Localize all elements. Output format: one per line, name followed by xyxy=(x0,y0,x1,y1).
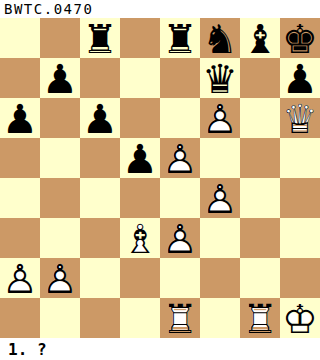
square-g6[interactable] xyxy=(240,98,280,138)
square-b7[interactable]: ♟ xyxy=(40,58,80,98)
white-rook-piece[interactable]: ♖ xyxy=(160,298,200,338)
black-bishop-piece[interactable]: ♝ xyxy=(240,18,280,58)
square-h1[interactable]: ♚♔ xyxy=(280,298,320,338)
square-c7[interactable] xyxy=(80,58,120,98)
square-g8[interactable]: ♝ xyxy=(240,18,280,58)
square-g5[interactable] xyxy=(240,138,280,178)
square-c6[interactable]: ♟ xyxy=(80,98,120,138)
square-a5[interactable] xyxy=(0,138,40,178)
square-h6[interactable]: ♛♕ xyxy=(280,98,320,138)
square-g7[interactable] xyxy=(240,58,280,98)
white-bishop-piece[interactable]: ♗ xyxy=(120,218,160,258)
square-g2[interactable] xyxy=(240,258,280,298)
square-h5[interactable] xyxy=(280,138,320,178)
square-d4[interactable] xyxy=(120,178,160,218)
square-b1[interactable] xyxy=(40,298,80,338)
square-f8[interactable]: ♞ xyxy=(200,18,240,58)
square-b4[interactable] xyxy=(40,178,80,218)
square-c5[interactable] xyxy=(80,138,120,178)
square-a2[interactable]: ♟♙ xyxy=(0,258,40,298)
square-f5[interactable] xyxy=(200,138,240,178)
square-e4[interactable] xyxy=(160,178,200,218)
square-b3[interactable] xyxy=(40,218,80,258)
white-king-piece[interactable]: ♔ xyxy=(280,298,320,338)
square-e1[interactable]: ♜♖ xyxy=(160,298,200,338)
square-f6[interactable]: ♟♙ xyxy=(200,98,240,138)
white-queen-piece[interactable]: ♕ xyxy=(280,98,320,138)
square-d3[interactable]: ♝♗ xyxy=(120,218,160,258)
square-g4[interactable] xyxy=(240,178,280,218)
square-a7[interactable] xyxy=(0,58,40,98)
black-rook-piece[interactable]: ♜ xyxy=(160,18,200,58)
square-g3[interactable] xyxy=(240,218,280,258)
square-c1[interactable] xyxy=(80,298,120,338)
black-pawn-piece[interactable]: ♟ xyxy=(120,138,160,178)
square-h8[interactable]: ♚ xyxy=(280,18,320,58)
square-f4[interactable]: ♟♙ xyxy=(200,178,240,218)
square-b8[interactable] xyxy=(40,18,80,58)
black-pawn-piece[interactable]: ♟ xyxy=(0,98,40,138)
move-prompt: 1. ? xyxy=(8,340,47,359)
square-c2[interactable] xyxy=(80,258,120,298)
square-e7[interactable] xyxy=(160,58,200,98)
square-c4[interactable] xyxy=(80,178,120,218)
square-d1[interactable] xyxy=(120,298,160,338)
white-pawn-piece[interactable]: ♙ xyxy=(160,218,200,258)
square-c3[interactable] xyxy=(80,218,120,258)
square-e5[interactable]: ♟♙ xyxy=(160,138,200,178)
square-b5[interactable] xyxy=(40,138,80,178)
square-d7[interactable] xyxy=(120,58,160,98)
square-e8[interactable]: ♜ xyxy=(160,18,200,58)
white-rook-piece[interactable]: ♖ xyxy=(240,298,280,338)
square-g1[interactable]: ♜♖ xyxy=(240,298,280,338)
square-a8[interactable] xyxy=(0,18,40,58)
square-a1[interactable] xyxy=(0,298,40,338)
square-d6[interactable] xyxy=(120,98,160,138)
white-pawn-piece[interactable]: ♙ xyxy=(0,258,40,298)
square-h7[interactable]: ♟ xyxy=(280,58,320,98)
black-queen-piece[interactable]: ♛ xyxy=(200,58,240,98)
white-pawn-piece[interactable]: ♙ xyxy=(200,178,240,218)
square-h2[interactable] xyxy=(280,258,320,298)
square-f2[interactable] xyxy=(200,258,240,298)
black-pawn-piece[interactable]: ♟ xyxy=(280,58,320,98)
black-rook-piece[interactable]: ♜ xyxy=(80,18,120,58)
square-b2[interactable]: ♟♙ xyxy=(40,258,80,298)
square-h3[interactable] xyxy=(280,218,320,258)
square-f1[interactable] xyxy=(200,298,240,338)
square-f7[interactable]: ♛ xyxy=(200,58,240,98)
square-b6[interactable] xyxy=(40,98,80,138)
square-d5[interactable]: ♟ xyxy=(120,138,160,178)
square-a3[interactable] xyxy=(0,218,40,258)
square-h4[interactable] xyxy=(280,178,320,218)
square-a6[interactable]: ♟ xyxy=(0,98,40,138)
white-pawn-piece[interactable]: ♙ xyxy=(40,258,80,298)
black-knight-piece[interactable]: ♞ xyxy=(200,18,240,58)
white-pawn-piece[interactable]: ♙ xyxy=(200,98,240,138)
chess-board: ♜♜♞♝♚♟♛♟♟♟♟♙♛♕♟♟♙♟♙♝♗♟♙♟♙♟♙♜♖♜♖♚♔ xyxy=(0,18,320,338)
square-d8[interactable] xyxy=(120,18,160,58)
black-pawn-piece[interactable]: ♟ xyxy=(40,58,80,98)
black-king-piece[interactable]: ♚ xyxy=(280,18,320,58)
square-a4[interactable] xyxy=(0,178,40,218)
square-d2[interactable] xyxy=(120,258,160,298)
square-e6[interactable] xyxy=(160,98,200,138)
black-pawn-piece[interactable]: ♟ xyxy=(80,98,120,138)
diagram-title: BWTC.0470 xyxy=(4,1,93,17)
square-f3[interactable] xyxy=(200,218,240,258)
square-e3[interactable]: ♟♙ xyxy=(160,218,200,258)
white-pawn-piece[interactable]: ♙ xyxy=(160,138,200,178)
square-e2[interactable] xyxy=(160,258,200,298)
square-c8[interactable]: ♜ xyxy=(80,18,120,58)
